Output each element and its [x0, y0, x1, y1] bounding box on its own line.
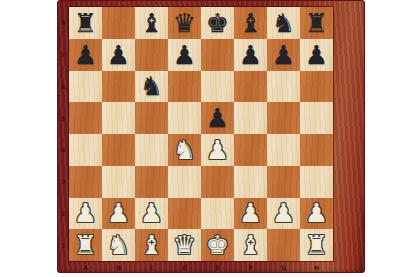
square-h7[interactable]: ♟: [300, 39, 333, 71]
square-g6[interactable]: [267, 71, 300, 103]
square-c2[interactable]: ♟: [135, 198, 168, 230]
black-bishop[interactable]: ♝: [234, 7, 267, 39]
square-d2[interactable]: [168, 198, 201, 230]
square-c6[interactable]: ♞: [135, 71, 168, 103]
square-a7[interactable]: ♟: [69, 39, 102, 71]
white-pawn[interactable]: ♟: [234, 198, 267, 230]
black-king[interactable]: ♚: [201, 7, 234, 39]
rank-label-8: 8: [57, 7, 69, 39]
black-pawn[interactable]: ♟: [168, 39, 201, 71]
white-knight[interactable]: ♞: [102, 229, 135, 261]
square-b4[interactable]: [102, 134, 135, 166]
black-knight[interactable]: ♞: [267, 7, 300, 39]
black-pawn[interactable]: ♟: [267, 39, 300, 71]
rank-label-1: 1: [57, 229, 69, 261]
square-d8[interactable]: ♛: [168, 7, 201, 39]
black-pawn[interactable]: ♟: [300, 39, 333, 71]
file-label-a: A: [69, 261, 102, 273]
white-king[interactable]: ♚: [201, 229, 234, 261]
square-e3[interactable]: [201, 166, 234, 198]
black-queen[interactable]: ♛: [168, 7, 201, 39]
square-g5[interactable]: [267, 102, 300, 134]
white-knight[interactable]: ♞: [168, 134, 201, 166]
white-pawn[interactable]: ♟: [201, 134, 234, 166]
square-a2[interactable]: ♟: [69, 198, 102, 230]
square-a1[interactable]: ♜: [69, 229, 102, 261]
square-c5[interactable]: [135, 102, 168, 134]
file-label-c: C: [135, 261, 168, 273]
white-pawn[interactable]: ♟: [267, 198, 300, 230]
square-d3[interactable]: [168, 166, 201, 198]
square-a6[interactable]: [69, 71, 102, 103]
square-h6[interactable]: [300, 71, 333, 103]
square-b5[interactable]: [102, 102, 135, 134]
file-labels: ABCDEFGH: [69, 261, 333, 273]
square-g1[interactable]: [267, 229, 300, 261]
square-e5[interactable]: ♟: [201, 102, 234, 134]
rank-label-3: 3: [57, 166, 69, 198]
chess-board: ♜♝♛♚♝♞♜♟♟♟♟♟♟♞♟♞♟♟♟♟♟♟♟♜♞♝♛♚♝♜: [69, 7, 333, 261]
white-pawn[interactable]: ♟: [300, 198, 333, 230]
square-g2[interactable]: ♟: [267, 198, 300, 230]
square-d7[interactable]: ♟: [168, 39, 201, 71]
file-label-g: G: [267, 261, 300, 273]
black-pawn[interactable]: ♟: [201, 102, 234, 134]
white-bishop[interactable]: ♝: [135, 229, 168, 261]
square-f7[interactable]: ♟: [234, 39, 267, 71]
square-h5[interactable]: [300, 102, 333, 134]
white-rook[interactable]: ♜: [69, 229, 102, 261]
rank-labels: 87654321: [57, 7, 69, 261]
black-rook[interactable]: ♜: [69, 7, 102, 39]
square-d1[interactable]: ♛: [168, 229, 201, 261]
file-label-d: D: [168, 261, 201, 273]
square-g8[interactable]: ♞: [267, 7, 300, 39]
square-a3[interactable]: [69, 166, 102, 198]
square-h8[interactable]: ♜: [300, 7, 333, 39]
square-f4[interactable]: [234, 134, 267, 166]
square-b2[interactable]: ♟: [102, 198, 135, 230]
square-c3[interactable]: [135, 166, 168, 198]
black-pawn[interactable]: ♟: [234, 39, 267, 71]
black-pawn[interactable]: ♟: [69, 39, 102, 71]
page: ♜♝♛♚♝♞♜♟♟♟♟♟♟♞♟♞♟♟♟♟♟♟♟♜♞♝♛♚♝♜ 87654321 …: [0, 0, 420, 277]
square-f6[interactable]: [234, 71, 267, 103]
square-c4[interactable]: [135, 134, 168, 166]
square-d5[interactable]: [168, 102, 201, 134]
square-f5[interactable]: [234, 102, 267, 134]
square-a5[interactable]: [69, 102, 102, 134]
square-f1[interactable]: ♝: [234, 229, 267, 261]
square-b8[interactable]: [102, 7, 135, 39]
white-pawn[interactable]: ♟: [102, 198, 135, 230]
rank-label-4: 4: [57, 134, 69, 166]
square-e4[interactable]: ♟: [201, 134, 234, 166]
square-g3[interactable]: [267, 166, 300, 198]
square-a8[interactable]: ♜: [69, 7, 102, 39]
rank-label-7: 7: [57, 39, 69, 71]
square-h3[interactable]: [300, 166, 333, 198]
square-h1[interactable]: ♜: [300, 229, 333, 261]
square-b1[interactable]: ♞: [102, 229, 135, 261]
square-e2[interactable]: [201, 198, 234, 230]
square-f2[interactable]: ♟: [234, 198, 267, 230]
square-c1[interactable]: ♝: [135, 229, 168, 261]
square-f3[interactable]: [234, 166, 267, 198]
black-knight[interactable]: ♞: [135, 71, 168, 103]
square-g7[interactable]: ♟: [267, 39, 300, 71]
white-pawn[interactable]: ♟: [135, 198, 168, 230]
square-e7[interactable]: [201, 39, 234, 71]
square-g4[interactable]: [267, 134, 300, 166]
square-d6[interactable]: [168, 71, 201, 103]
rank-label-6: 6: [57, 71, 69, 103]
file-label-h: H: [300, 261, 333, 273]
rank-label-2: 2: [57, 198, 69, 230]
black-pawn[interactable]: ♟: [102, 39, 135, 71]
square-b3[interactable]: [102, 166, 135, 198]
square-b7[interactable]: ♟: [102, 39, 135, 71]
square-c8[interactable]: ♝: [135, 7, 168, 39]
square-e8[interactable]: ♚: [201, 7, 234, 39]
square-f8[interactable]: ♝: [234, 7, 267, 39]
square-h4[interactable]: [300, 134, 333, 166]
white-bishop[interactable]: ♝: [234, 229, 267, 261]
square-b6[interactable]: [102, 71, 135, 103]
square-c7[interactable]: [135, 39, 168, 71]
file-label-f: F: [234, 261, 267, 273]
white-pawn[interactable]: ♟: [69, 198, 102, 230]
square-e6[interactable]: [201, 71, 234, 103]
white-rook[interactable]: ♜: [300, 229, 333, 261]
square-e1[interactable]: ♚: [201, 229, 234, 261]
black-rook[interactable]: ♜: [300, 7, 333, 39]
square-d4[interactable]: ♞: [168, 134, 201, 166]
black-bishop[interactable]: ♝: [135, 7, 168, 39]
white-queen[interactable]: ♛: [168, 229, 201, 261]
rank-label-5: 5: [57, 102, 69, 134]
square-a4[interactable]: [69, 134, 102, 166]
square-h2[interactable]: ♟: [300, 198, 333, 230]
file-label-b: B: [102, 261, 135, 273]
file-label-e: E: [201, 261, 234, 273]
